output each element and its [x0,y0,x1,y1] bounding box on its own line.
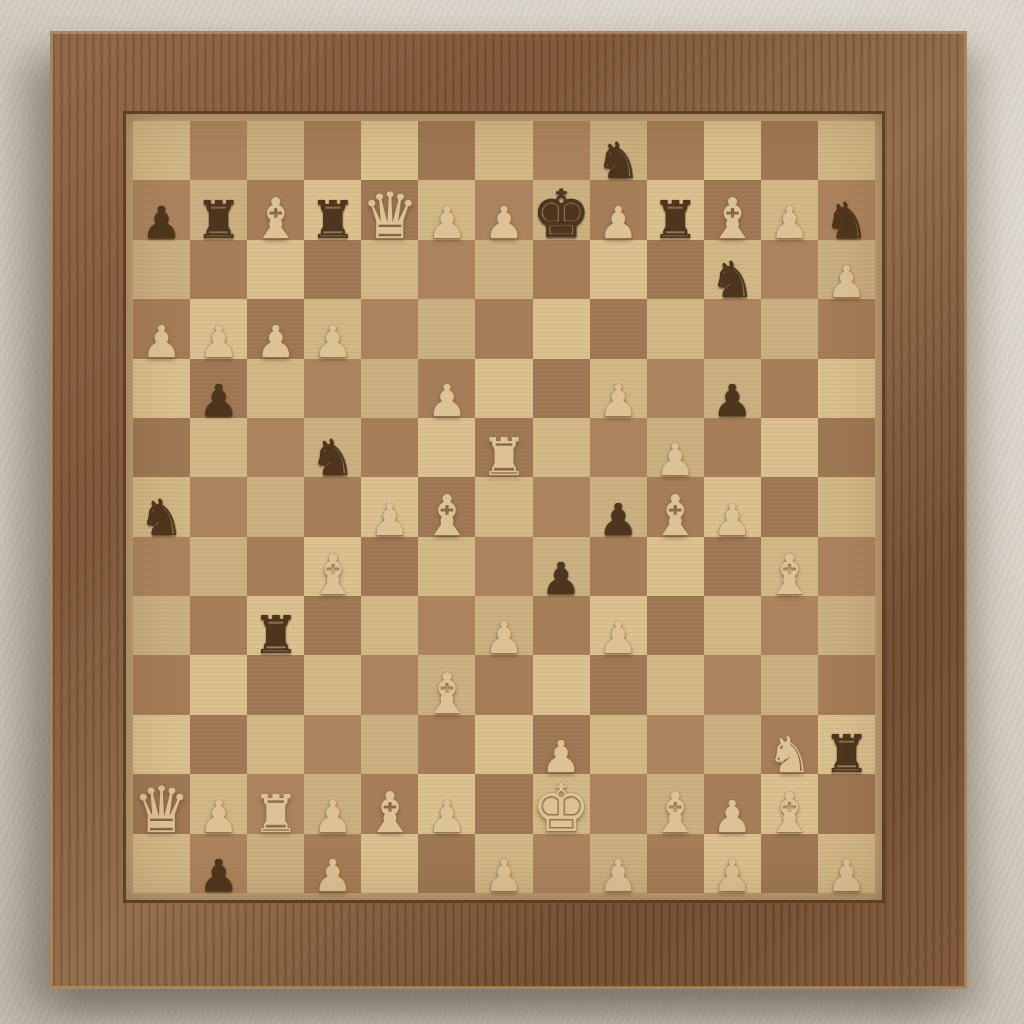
light-rook[interactable]: ♜ [252,788,299,840]
light-pawn[interactable]: ♟ [598,854,637,898]
dark-knight[interactable]: ♞ [710,255,755,305]
light-bishop[interactable]: ♝ [707,190,757,246]
light-bishop[interactable]: ♝ [422,666,472,722]
dark-rook[interactable]: ♜ [652,194,699,246]
dark-knight[interactable]: ♞ [596,136,641,186]
light-pawn[interactable]: ♟ [199,795,238,839]
light-bishop[interactable]: ♝ [650,784,700,840]
dark-pawn[interactable]: ♟ [142,201,181,245]
dark-king[interactable]: ♚ [531,182,590,248]
dark-knight[interactable]: ♞ [824,196,869,246]
dark-pawn[interactable]: ♟ [541,557,580,601]
dark-pawn[interactable]: ♟ [598,498,637,542]
wall-background: ♞♟♜♝♜♛♟♟♚♟♜♝♟♞♞♟♟♟♟♟♟♟♟♟♞♜♟♞♟♝♟♝♟♝♟♝♜♟♟♝… [0,0,1024,1024]
light-queen[interactable]: ♛ [133,777,190,841]
light-pawn[interactable]: ♟ [256,320,295,364]
light-pawn[interactable]: ♟ [770,201,809,245]
light-pawn[interactable]: ♟ [484,617,523,661]
light-pawn[interactable]: ♟ [827,854,866,898]
light-pawn[interactable]: ♟ [142,320,181,364]
chess-board: ♞♟♜♝♜♛♟♟♚♟♜♝♟♞♞♟♟♟♟♟♟♟♟♟♞♜♟♞♟♝♟♝♟♝♟♝♜♟♟♝… [126,114,882,900]
light-pawn[interactable]: ♟ [484,854,523,898]
light-pawn[interactable]: ♟ [199,320,238,364]
light-pawn[interactable]: ♟ [598,201,637,245]
light-queen[interactable]: ♛ [361,183,418,247]
dark-rook[interactable]: ♜ [252,610,299,662]
light-king[interactable]: ♚ [531,776,590,842]
light-bishop[interactable]: ♝ [764,547,814,603]
light-bishop[interactable]: ♝ [650,487,700,543]
light-pawn[interactable]: ♟ [655,439,694,483]
light-pawn[interactable]: ♟ [370,498,409,542]
light-pawn[interactable]: ♟ [427,795,466,839]
light-bishop[interactable]: ♝ [308,547,358,603]
light-bishop[interactable]: ♝ [251,190,301,246]
dark-pawn[interactable]: ♟ [199,854,238,898]
light-pawn[interactable]: ♟ [713,795,752,839]
light-pawn[interactable]: ♟ [484,201,523,245]
dark-rook[interactable]: ♜ [823,728,870,780]
light-pawn[interactable]: ♟ [598,379,637,423]
light-knight[interactable]: ♞ [767,730,812,780]
dark-rook[interactable]: ♜ [195,194,242,246]
light-pawn[interactable]: ♟ [313,854,352,898]
board-pieces: ♞♟♜♝♜♛♟♟♚♟♜♝♟♞♞♟♟♟♟♟♟♟♟♟♞♜♟♞♟♝♟♝♟♝♟♝♜♟♟♝… [133,121,875,893]
light-pawn[interactable]: ♟ [313,320,352,364]
light-rook[interactable]: ♜ [481,432,528,484]
light-pawn[interactable]: ♟ [427,379,466,423]
dark-knight[interactable]: ♞ [139,493,184,543]
light-bishop[interactable]: ♝ [422,487,472,543]
dark-rook[interactable]: ♜ [309,194,356,246]
light-pawn[interactable]: ♟ [313,795,352,839]
wood-frame: ♞♟♜♝♜♛♟♟♚♟♜♝♟♞♞♟♟♟♟♟♟♟♟♟♞♜♟♞♟♝♟♝♟♝♟♝♜♟♟♝… [50,31,967,989]
dark-pawn[interactable]: ♟ [713,379,752,423]
dark-pawn[interactable]: ♟ [199,379,238,423]
light-pawn[interactable]: ♟ [713,498,752,542]
light-bishop[interactable]: ♝ [365,784,415,840]
light-pawn[interactable]: ♟ [598,617,637,661]
light-pawn[interactable]: ♟ [427,201,466,245]
light-pawn[interactable]: ♟ [713,854,752,898]
light-bishop[interactable]: ♝ [764,784,814,840]
dark-knight[interactable]: ♞ [310,433,355,483]
light-pawn[interactable]: ♟ [827,260,866,304]
